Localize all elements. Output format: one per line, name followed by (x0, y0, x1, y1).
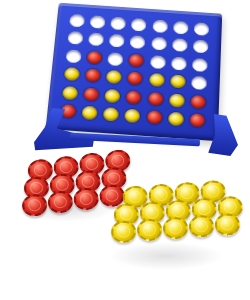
empty-hole (151, 37, 167, 51)
cell-r6c7[interactable] (187, 112, 207, 130)
cell-r1c1[interactable] (67, 12, 87, 29)
yellow-disc (125, 109, 141, 123)
empty-hole (111, 16, 127, 29)
yellow-checker[interactable] (162, 216, 188, 240)
yellow-disc (103, 107, 119, 121)
yellow-disc (169, 93, 185, 107)
empty-hole (66, 49, 82, 63)
cell-r6c4[interactable] (122, 107, 143, 125)
red-disc (85, 69, 101, 83)
cell-r3c4[interactable] (127, 52, 147, 70)
empty-hole (173, 21, 188, 34)
cell-r6c2[interactable] (79, 104, 100, 122)
empty-hole (192, 58, 208, 72)
cell-r2c5[interactable] (149, 35, 169, 52)
red-disc (129, 54, 145, 68)
yellow-disc (105, 89, 121, 103)
empty-hole (90, 15, 106, 28)
red-disc (87, 51, 103, 65)
cell-r2c2[interactable] (86, 31, 106, 48)
red-disc (126, 90, 142, 104)
cell-r1c4[interactable] (129, 16, 149, 33)
cell-r3c1[interactable] (63, 47, 84, 64)
cell-r4c5[interactable] (146, 71, 166, 89)
yellow-disc (149, 73, 165, 87)
empty-hole (172, 38, 187, 52)
cell-r2c4[interactable] (128, 34, 148, 51)
yellow-checker[interactable] (188, 214, 214, 238)
empty-hole (191, 76, 207, 90)
red-checker[interactable] (21, 193, 48, 218)
empty-hole (131, 18, 147, 31)
cell-r3c5[interactable] (148, 53, 168, 71)
cell-r6c3[interactable] (101, 106, 122, 124)
cell-r1c5[interactable] (150, 17, 170, 34)
cell-r4c7[interactable] (189, 74, 209, 92)
cell-r6c5[interactable] (144, 109, 165, 127)
yellow-checker[interactable] (214, 213, 240, 237)
cell-r1c6[interactable] (171, 19, 191, 36)
cell-r6c6[interactable] (166, 110, 186, 128)
empty-hole (171, 56, 187, 70)
yellow-disc (62, 86, 78, 100)
cell-r5c6[interactable] (167, 91, 187, 109)
yellow-disc (64, 67, 80, 81)
cell-r1c7[interactable] (192, 20, 212, 37)
yellow-disc (106, 70, 122, 84)
cell-r5c5[interactable] (145, 90, 165, 108)
cell-r4c4[interactable] (125, 70, 145, 88)
cell-r4c3[interactable] (104, 68, 124, 86)
yellow-disc (170, 75, 186, 89)
cell-r2c3[interactable] (107, 32, 127, 49)
cell-r3c2[interactable] (84, 49, 104, 66)
cell-r3c6[interactable] (169, 55, 189, 73)
cell-r3c7[interactable] (190, 56, 210, 74)
red-disc (127, 72, 143, 86)
cell-r4c6[interactable] (168, 73, 188, 91)
empty-hole (109, 34, 125, 48)
red-disc (83, 87, 99, 101)
empty-hole (69, 14, 85, 27)
empty-hole (193, 40, 208, 54)
cell-r2c1[interactable] (65, 29, 85, 46)
cell-r1c2[interactable] (88, 13, 108, 30)
product-photo (0, 0, 250, 300)
yellow-checker-tray (108, 183, 245, 243)
empty-hole (130, 36, 146, 50)
cell-r2c7[interactable] (191, 38, 211, 55)
cell-r5c1[interactable] (60, 84, 81, 102)
empty-hole (108, 52, 124, 66)
cell-r4c1[interactable] (62, 65, 83, 83)
cell-r2c6[interactable] (170, 37, 190, 54)
yellow-checker[interactable] (110, 220, 136, 244)
cell-r5c4[interactable] (124, 88, 144, 106)
red-checker[interactable] (47, 190, 74, 215)
red-checker[interactable] (72, 187, 99, 212)
cell-r5c2[interactable] (81, 85, 102, 103)
empty-hole (88, 33, 104, 47)
cell-r4c2[interactable] (83, 67, 104, 85)
empty-hole (194, 22, 209, 35)
empty-hole (152, 19, 167, 32)
cell-r3c3[interactable] (106, 50, 126, 68)
cell-r1c3[interactable] (108, 15, 128, 32)
board-grid (46, 3, 223, 141)
red-disc (189, 113, 205, 127)
yellow-tray-shadow (108, 242, 224, 270)
connect-four-stand (46, 3, 223, 141)
yellow-disc (168, 112, 184, 126)
empty-hole (67, 31, 83, 45)
board-frame (46, 3, 223, 141)
empty-hole (150, 55, 166, 69)
red-disc (190, 95, 206, 109)
red-disc (146, 110, 162, 124)
cell-r5c3[interactable] (102, 87, 123, 105)
yellow-disc (82, 106, 98, 120)
cell-r5c7[interactable] (188, 93, 208, 111)
yellow-checker[interactable] (136, 218, 162, 242)
red-disc (147, 92, 163, 106)
